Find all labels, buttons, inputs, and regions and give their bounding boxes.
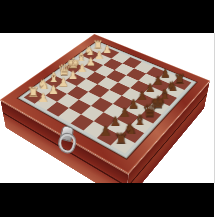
chess-box: ♜♞♝♛♚♝♞♜♟♟♟♟♟♟♟♟♟♟♟♟♟♟♟♟♜♞♝♛♚♝♞♜: [0, 34, 210, 173]
metal-latch-clasp: [55, 125, 77, 151]
letterbox-top: [0, 0, 214, 33]
product-photo: ♜♞♝♛♚♝♞♜♟♟♟♟♟♟♟♟♟♟♟♟♟♟♟♟♜♞♝♛♚♝♞♜: [0, 33, 217, 183]
screenshot-canvas: ♜♞♝♛♚♝♞♜♟♟♟♟♟♟♟♟♟♟♟♟♟♟♟♟♜♞♝♛♚♝♞♜: [0, 0, 217, 217]
white-pawn[interactable]: ♟: [36, 92, 51, 104]
black-rook[interactable]: ♜: [112, 131, 129, 147]
box-lid-top: ♜♞♝♛♚♝♞♜♟♟♟♟♟♟♟♟♟♟♟♟♟♟♟♟♜♞♝♛♚♝♞♜: [0, 34, 210, 173]
right-edge-line: [214, 33, 215, 183]
scene-3d: ♜♞♝♛♚♝♞♜♟♟♟♟♟♟♟♟♟♟♟♟♟♟♟♟♜♞♝♛♚♝♞♜: [0, 33, 217, 183]
square-a8[interactable]: ♜: [111, 135, 135, 153]
letterbox-bottom: [0, 183, 214, 217]
